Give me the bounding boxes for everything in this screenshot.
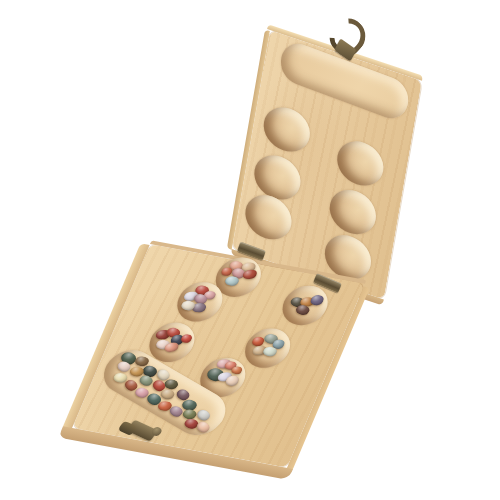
lid-pit [326,184,379,241]
product-photo-white-background [0,0,500,500]
base-pit [276,282,334,328]
gem-stone [242,269,257,279]
gem-stone [180,333,194,343]
base-pit [238,325,296,371]
lid-pit [334,135,387,192]
gem-stone [230,366,243,375]
base-bottom-edge-face [58,426,293,480]
lid-pit [260,101,313,158]
gem-stone [164,342,179,353]
